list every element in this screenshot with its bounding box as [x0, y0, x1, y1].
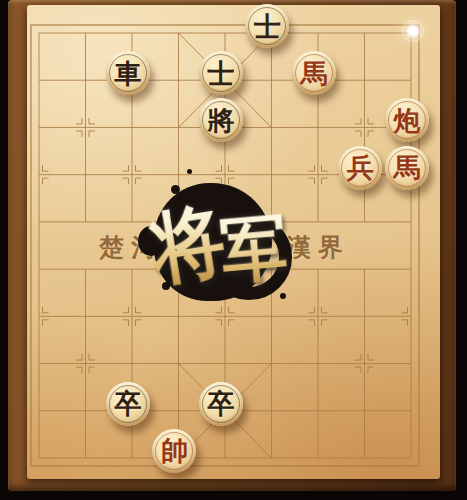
- piece-black-soldier[interactable]: 卒: [106, 382, 150, 426]
- piece-character: 馬: [300, 60, 327, 87]
- piece-character: 卒: [207, 390, 234, 417]
- piece-black-general[interactable]: 將: [199, 98, 243, 142]
- piece-character: 馬: [393, 154, 420, 181]
- piece-black-advisor[interactable]: 士: [245, 4, 289, 48]
- piece-black-advisor[interactable]: 士: [199, 51, 243, 95]
- piece-character: 士: [254, 13, 281, 40]
- piece-character: 將: [207, 107, 234, 134]
- piece-red-horse[interactable]: 馬: [385, 146, 429, 190]
- piece-red-cannon[interactable]: 炮: [385, 98, 429, 142]
- piece-character: 士: [207, 60, 234, 87]
- piece-red-horse[interactable]: 馬: [292, 51, 336, 95]
- piece-black-soldier[interactable]: 卒: [199, 382, 243, 426]
- piece-red-general[interactable]: 帥: [152, 429, 196, 473]
- piece-red-soldier[interactable]: 兵: [338, 146, 382, 190]
- piece-character: 帥: [161, 437, 188, 464]
- xiangqi-game-screen: 楚河 漢界 士車士馬將炮兵馬卒卒帥 将 军: [0, 0, 467, 500]
- piece-character: 炮: [393, 107, 420, 134]
- piece-character: 卒: [114, 390, 141, 417]
- piece-character: 兵: [347, 154, 374, 181]
- piece-character: 車: [114, 60, 141, 87]
- piece-black-chariot[interactable]: 車: [106, 51, 150, 95]
- glow-dot-effect: [408, 26, 418, 36]
- pieces-grid: 士車士馬將炮兵馬卒卒帥: [16, 9, 435, 481]
